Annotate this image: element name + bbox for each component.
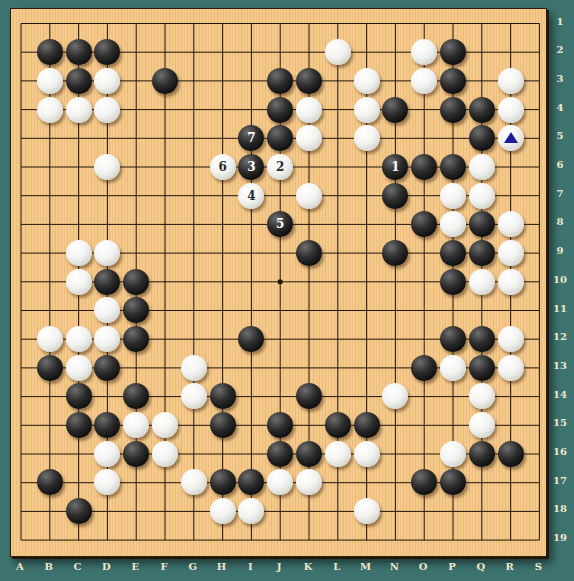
row-label: 14 xyxy=(548,389,572,403)
black-stone[interactable] xyxy=(469,441,495,467)
white-stone[interactable] xyxy=(37,68,63,94)
white-stone[interactable] xyxy=(66,355,92,381)
black-stone[interactable] xyxy=(210,469,236,495)
white-stone[interactable] xyxy=(498,211,524,237)
black-stone[interactable]: 7 xyxy=(238,125,264,151)
white-stone[interactable] xyxy=(152,441,178,467)
white-stone[interactable] xyxy=(94,240,120,266)
white-stone[interactable] xyxy=(267,469,293,495)
black-stone[interactable]: 5 xyxy=(267,211,293,237)
black-stone[interactable] xyxy=(440,68,466,94)
white-stone[interactable] xyxy=(498,125,524,151)
black-stone[interactable] xyxy=(238,326,264,352)
white-stone[interactable] xyxy=(411,68,437,94)
white-stone[interactable] xyxy=(296,183,322,209)
black-stone[interactable] xyxy=(123,383,149,409)
triangle-marker-icon xyxy=(504,132,518,143)
black-stone[interactable] xyxy=(325,412,351,438)
column-label: H xyxy=(210,561,234,575)
white-stone[interactable] xyxy=(94,326,120,352)
white-stone[interactable]: 2 xyxy=(267,154,293,180)
row-label: 18 xyxy=(548,503,572,517)
black-stone[interactable] xyxy=(411,355,437,381)
white-stone[interactable] xyxy=(94,154,120,180)
black-stone[interactable] xyxy=(469,240,495,266)
column-label: R xyxy=(498,561,522,575)
column-label: C xyxy=(66,561,90,575)
white-stone[interactable] xyxy=(498,97,524,123)
white-stone[interactable] xyxy=(354,97,380,123)
black-stone[interactable] xyxy=(94,355,120,381)
white-stone[interactable] xyxy=(37,326,63,352)
white-stone[interactable] xyxy=(94,469,120,495)
black-stone[interactable] xyxy=(382,183,408,209)
white-stone[interactable] xyxy=(498,326,524,352)
move-number-label: 3 xyxy=(247,161,255,173)
black-stone[interactable] xyxy=(296,68,322,94)
black-stone[interactable] xyxy=(267,97,293,123)
white-stone[interactable] xyxy=(498,240,524,266)
black-stone[interactable] xyxy=(469,97,495,123)
white-stone[interactable] xyxy=(440,211,466,237)
column-label: A xyxy=(8,561,32,575)
row-label: 2 xyxy=(548,44,572,58)
black-stone[interactable] xyxy=(296,383,322,409)
black-stone[interactable]: 1 xyxy=(382,154,408,180)
black-stone[interactable] xyxy=(152,68,178,94)
move-number-label: 5 xyxy=(276,218,284,230)
row-label: 7 xyxy=(548,188,572,202)
row-label: 15 xyxy=(548,417,572,431)
black-stone[interactable] xyxy=(469,125,495,151)
white-stone[interactable] xyxy=(181,469,207,495)
move-number-label: 6 xyxy=(218,161,226,173)
column-label: P xyxy=(440,561,464,575)
white-stone[interactable] xyxy=(469,154,495,180)
white-stone[interactable] xyxy=(469,183,495,209)
column-label: G xyxy=(181,561,205,575)
black-stone[interactable] xyxy=(267,125,293,151)
black-stone[interactable] xyxy=(123,441,149,467)
white-stone[interactable] xyxy=(354,441,380,467)
black-stone[interactable] xyxy=(440,240,466,266)
black-stone[interactable] xyxy=(440,326,466,352)
black-stone[interactable] xyxy=(296,441,322,467)
white-stone[interactable] xyxy=(66,269,92,295)
black-stone[interactable] xyxy=(94,412,120,438)
row-label: 13 xyxy=(548,360,572,374)
column-label: O xyxy=(411,561,435,575)
white-stone[interactable] xyxy=(181,383,207,409)
column-label: D xyxy=(94,561,118,575)
white-stone[interactable] xyxy=(94,97,120,123)
white-stone[interactable] xyxy=(325,39,351,65)
row-label: 11 xyxy=(548,303,572,317)
white-stone[interactable] xyxy=(440,355,466,381)
black-stone[interactable] xyxy=(411,211,437,237)
black-stone[interactable] xyxy=(66,39,92,65)
white-stone[interactable] xyxy=(296,125,322,151)
black-stone[interactable] xyxy=(498,441,524,467)
black-stone[interactable] xyxy=(37,39,63,65)
column-label: F xyxy=(152,561,176,575)
black-stone[interactable] xyxy=(66,383,92,409)
black-stone[interactable] xyxy=(440,39,466,65)
row-label: 3 xyxy=(548,73,572,87)
black-stone[interactable]: 3 xyxy=(238,154,264,180)
white-stone[interactable] xyxy=(66,97,92,123)
black-stone[interactable] xyxy=(66,498,92,524)
white-stone[interactable] xyxy=(354,68,380,94)
black-stone[interactable] xyxy=(440,154,466,180)
column-label: S xyxy=(526,561,550,575)
black-stone[interactable] xyxy=(267,441,293,467)
go-board-panel: 7632145 12345678910111213141516171819 AB… xyxy=(0,0,574,581)
row-label: 19 xyxy=(548,532,572,546)
black-stone[interactable] xyxy=(469,326,495,352)
black-stone[interactable] xyxy=(440,97,466,123)
white-stone[interactable] xyxy=(210,498,236,524)
black-stone[interactable] xyxy=(37,469,63,495)
black-stone[interactable] xyxy=(66,68,92,94)
row-label: 16 xyxy=(548,446,572,460)
white-stone[interactable] xyxy=(498,269,524,295)
column-label: Q xyxy=(469,561,493,575)
white-stone[interactable] xyxy=(498,68,524,94)
black-stone[interactable] xyxy=(66,412,92,438)
column-label: M xyxy=(354,561,378,575)
black-stone[interactable] xyxy=(94,39,120,65)
white-stone[interactable] xyxy=(296,97,322,123)
row-label: 5 xyxy=(548,130,572,144)
row-label: 12 xyxy=(548,331,572,345)
row-label: 1 xyxy=(548,16,572,30)
column-label: I xyxy=(238,561,262,575)
black-stone[interactable] xyxy=(469,211,495,237)
black-stone[interactable] xyxy=(469,355,495,381)
column-label: J xyxy=(267,561,291,575)
row-label: 4 xyxy=(548,102,572,116)
black-stone[interactable] xyxy=(238,469,264,495)
white-stone[interactable] xyxy=(66,240,92,266)
row-label: 9 xyxy=(548,245,572,259)
white-stone[interactable] xyxy=(181,355,207,381)
white-stone[interactable] xyxy=(66,326,92,352)
black-stone[interactable] xyxy=(440,269,466,295)
go-board[interactable]: 7632145 xyxy=(10,8,547,557)
black-stone[interactable] xyxy=(411,469,437,495)
move-number-label: 2 xyxy=(276,161,284,173)
black-stone[interactable] xyxy=(440,469,466,495)
white-stone[interactable] xyxy=(354,125,380,151)
white-stone[interactable] xyxy=(469,383,495,409)
black-stone[interactable] xyxy=(210,383,236,409)
white-stone[interactable] xyxy=(325,441,351,467)
white-stone[interactable] xyxy=(440,183,466,209)
white-stone[interactable] xyxy=(296,469,322,495)
white-stone[interactable] xyxy=(94,68,120,94)
white-stone[interactable] xyxy=(94,441,120,467)
column-label: K xyxy=(296,561,320,575)
white-stone[interactable] xyxy=(411,39,437,65)
black-stone[interactable] xyxy=(210,412,236,438)
white-stone[interactable] xyxy=(469,412,495,438)
black-stone[interactable] xyxy=(123,297,149,323)
black-stone[interactable] xyxy=(411,154,437,180)
row-label: 8 xyxy=(548,216,572,230)
black-stone[interactable] xyxy=(267,412,293,438)
black-stone[interactable] xyxy=(94,269,120,295)
black-stone[interactable] xyxy=(296,240,322,266)
move-number-label: 1 xyxy=(391,161,399,173)
white-stone[interactable] xyxy=(152,412,178,438)
white-stone[interactable] xyxy=(498,355,524,381)
white-stone[interactable] xyxy=(37,97,63,123)
black-stone[interactable] xyxy=(123,326,149,352)
row-label: 6 xyxy=(548,159,572,173)
stones-grid: 7632145 xyxy=(7,9,554,554)
white-stone[interactable]: 4 xyxy=(238,183,264,209)
black-stone[interactable] xyxy=(37,355,63,381)
white-stone[interactable] xyxy=(94,297,120,323)
column-label: E xyxy=(123,561,147,575)
row-label: 10 xyxy=(548,274,572,288)
white-stone[interactable] xyxy=(238,498,264,524)
white-stone[interactable] xyxy=(354,498,380,524)
black-stone[interactable] xyxy=(123,269,149,295)
black-stone[interactable] xyxy=(382,240,408,266)
move-number-label: 7 xyxy=(247,132,255,144)
column-label: B xyxy=(37,561,61,575)
black-stone[interactable] xyxy=(354,412,380,438)
black-stone[interactable] xyxy=(382,97,408,123)
row-label: 17 xyxy=(548,475,572,489)
white-stone[interactable] xyxy=(469,269,495,295)
white-stone[interactable] xyxy=(440,441,466,467)
white-stone[interactable]: 6 xyxy=(210,154,236,180)
move-number-label: 4 xyxy=(247,190,255,202)
black-stone[interactable] xyxy=(267,68,293,94)
column-label: L xyxy=(325,561,349,575)
white-stone[interactable] xyxy=(123,412,149,438)
column-label: N xyxy=(382,561,406,575)
white-stone[interactable] xyxy=(382,383,408,409)
